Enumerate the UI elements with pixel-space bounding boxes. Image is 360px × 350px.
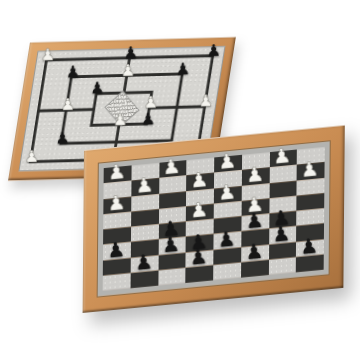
- white-pawn: ♟: [189, 199, 209, 221]
- black-pawn: ♟: [106, 238, 126, 260]
- black-pawn-d7: ♟: [123, 45, 138, 61]
- black-pawn-g7: ♟: [207, 43, 222, 59]
- black-pawn: ♟: [133, 251, 153, 273]
- product-photo-stage: ♟♟♟♟♟♟♟♟♟♟♟♟♟♟ ♟♟♟♟♟♟♟♟♟♟♟♟♟♟♟♟♟♟♟♟♟♟♟♟: [0, 0, 360, 350]
- black-pawn: ♟: [299, 235, 319, 257]
- chess-square-e1: [213, 262, 241, 280]
- white-pawn-d6: ♟: [121, 62, 136, 78]
- white-pawn: ♟: [107, 161, 127, 183]
- chess-square-c1: [158, 268, 186, 286]
- white-pawn: ♟: [134, 174, 154, 196]
- chess-grid: ♟♟♟♟♟♟♟♟♟♟♟♟♟♟♟♟♟♟♟♟♟♟♟♟: [103, 147, 325, 291]
- white-pawn: ♟: [217, 181, 237, 203]
- black-pawn-e3: ♟: [141, 111, 156, 127]
- white-pawn: ♟: [272, 145, 292, 167]
- chess-board: ♟♟♟♟♟♟♟♟♟♟♟♟♟♟♟♟♟♟♟♟♟♟♟♟: [83, 125, 345, 313]
- black-pawn: ♟: [161, 233, 181, 255]
- black-pawn: ♟: [244, 240, 264, 262]
- black-pawn-b6: ♟: [65, 64, 80, 80]
- white-pawn: ♟: [189, 169, 209, 191]
- black-pawn: ♟: [216, 227, 236, 249]
- black-pawn: ♟: [272, 222, 292, 244]
- white-pawn: ♟: [217, 151, 237, 173]
- chess-wood-frame: ♟♟♟♟♟♟♟♟♟♟♟♟♟♟♟♟♟♟♟♟♟♟♟♟: [83, 125, 345, 313]
- white-pawn: ♟: [106, 192, 126, 214]
- morris-pieces-layer: ♟♟♟♟♟♟♟♟♟♟♟♟♟♟: [38, 47, 224, 52]
- chess-square-g1: [268, 257, 296, 275]
- white-pawn-b4: ♟: [60, 97, 75, 113]
- black-pawn: ♟: [244, 209, 264, 231]
- white-pawn-a1: ♟: [24, 149, 39, 165]
- chess-square-a1: [103, 273, 131, 291]
- chess-glass-rim: ♟♟♟♟♟♟♟♟♟♟♟♟♟♟♟♟♟♟♟♟♟♟♟♟: [98, 141, 330, 296]
- white-pawn-a7: ♟: [40, 47, 55, 63]
- black-pawn: ♟: [189, 245, 209, 267]
- black-pawn-c5: ♟: [90, 80, 105, 96]
- white-pawn: ♟: [245, 163, 265, 185]
- white-pawn: ♟: [300, 158, 320, 180]
- black-pawn-f6: ♟: [176, 61, 191, 77]
- white-pawn: ♟: [162, 156, 182, 178]
- black-pawn-b2: ♟: [55, 130, 70, 146]
- white-pawn-d3: ♟: [113, 111, 128, 127]
- white-pawn-g4: ♟: [199, 93, 214, 109]
